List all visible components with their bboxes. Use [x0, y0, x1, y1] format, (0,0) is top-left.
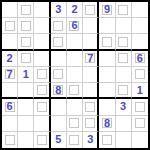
cell-marker-square [118, 5, 128, 15]
cell-marker-square: 6 [135, 53, 145, 63]
given-digit: 7 [7, 69, 13, 80]
cell-marker-square [37, 69, 47, 79]
cell-r7c8: 3 [116, 99, 132, 115]
cell-marker-square: 7 [85, 53, 95, 63]
cell-r8c4[interactable] [51, 116, 67, 132]
cell-r3c3[interactable] [34, 34, 50, 50]
cell-r2c3[interactable] [34, 18, 50, 34]
cell-marker-square [21, 53, 31, 63]
cell-r2c9[interactable] [132, 18, 148, 34]
cell-r1c7: 9 [99, 2, 115, 18]
cell-marker-square: 9 [102, 5, 112, 15]
cell-r6c1[interactable] [2, 83, 18, 99]
cell-r1c9[interactable] [132, 2, 148, 18]
cell-r7c9[interactable] [132, 99, 148, 115]
cell-r1c2[interactable] [18, 2, 34, 18]
given-digit: 3 [120, 101, 126, 112]
given-digit: 2 [71, 4, 77, 15]
cell-r2c2[interactable] [18, 18, 34, 34]
cell-marker-square [135, 102, 145, 112]
cell-r5c3[interactable] [34, 67, 50, 83]
cell-r9c6: 3 [83, 132, 99, 148]
cell-marker-square: 7 [5, 69, 15, 79]
cell-r5c5[interactable] [67, 67, 83, 83]
cell-r3c8[interactable] [116, 34, 132, 50]
cell-marker-square [21, 5, 31, 15]
sudoku-board: 3296276718163853 [0, 0, 150, 150]
cell-r8c8[interactable] [116, 116, 132, 132]
cell-r8c3[interactable] [34, 116, 50, 132]
cell-r6c5[interactable] [67, 83, 83, 99]
cell-r5c6[interactable] [83, 67, 99, 83]
cell-r4c8[interactable] [116, 51, 132, 67]
given-digit: 8 [55, 85, 61, 96]
cell-r6c2[interactable] [18, 83, 34, 99]
cell-r4c5[interactable] [67, 51, 83, 67]
cell-r7c5[interactable] [67, 99, 83, 115]
cell-r9c2[interactable] [18, 132, 34, 148]
given-digit: 6 [7, 101, 13, 112]
given-digit: 9 [104, 4, 110, 15]
cell-marker-square [118, 37, 128, 47]
cell-r6c8[interactable] [116, 83, 132, 99]
cell-r1c8[interactable] [116, 2, 132, 18]
cell-r3c6[interactable] [83, 34, 99, 50]
given-digit: 3 [55, 4, 61, 15]
cell-r4c9: 6 [132, 51, 148, 67]
cell-r7c2[interactable] [18, 99, 34, 115]
cell-r3c1[interactable] [2, 34, 18, 50]
cell-r6c3[interactable] [34, 83, 50, 99]
cell-r4c7[interactable] [99, 51, 115, 67]
cell-marker-square [135, 69, 145, 79]
cell-r4c3[interactable] [34, 51, 50, 67]
cell-r7c1: 6 [2, 99, 18, 115]
cell-r7c4[interactable] [51, 99, 67, 115]
cell-marker-square [85, 102, 95, 112]
cell-r1c5: 2 [67, 2, 83, 18]
cell-r2c6[interactable] [83, 18, 99, 34]
cell-r8c2[interactable] [18, 116, 34, 132]
cell-marker-square [69, 135, 79, 145]
cell-marker-square [21, 37, 31, 47]
cell-marker-square: 6 [69, 21, 79, 31]
cell-r2c5: 6 [67, 18, 83, 34]
cell-marker-square [5, 135, 15, 145]
cell-r1c3[interactable] [34, 2, 50, 18]
given-digit: 7 [87, 53, 93, 64]
cell-r7c3[interactable] [34, 99, 50, 115]
cell-r3c5[interactable] [67, 34, 83, 50]
given-digit: 3 [87, 134, 93, 145]
cell-marker-square [5, 21, 15, 31]
cell-r3c7[interactable] [99, 34, 115, 50]
cell-marker-square [135, 118, 145, 128]
cell-r4c1: 2 [2, 51, 18, 67]
cell-r8c9[interactable] [132, 116, 148, 132]
cell-marker-square: 8 [53, 85, 63, 95]
given-digit: 1 [137, 85, 143, 96]
cell-r9c7[interactable] [99, 132, 115, 148]
cell-marker-square [118, 53, 128, 63]
cell-marker-square [69, 85, 79, 95]
cell-r5c2: 1 [18, 67, 34, 83]
cell-r8c5[interactable] [67, 116, 83, 132]
cell-marker-square [53, 37, 63, 47]
cell-r2c8[interactable] [116, 18, 132, 34]
given-digit: 2 [7, 53, 13, 64]
cell-r9c4: 5 [51, 132, 67, 148]
cell-r8c1[interactable] [2, 116, 18, 132]
cell-r9c1[interactable] [2, 132, 18, 148]
cell-r6c7[interactable] [99, 83, 115, 99]
cell-marker-square [37, 85, 47, 95]
cell-marker-square [21, 21, 31, 31]
cell-r9c8[interactable] [116, 132, 132, 148]
cell-r6c4: 8 [51, 83, 67, 99]
cell-marker-square [85, 118, 95, 128]
cell-marker-square [85, 5, 95, 15]
cell-r3c9[interactable] [132, 34, 148, 50]
cell-r4c2[interactable] [18, 51, 34, 67]
cell-r5c7[interactable] [99, 67, 115, 83]
sudoku-puzzle: 3296276718163853 [0, 0, 150, 150]
cell-marker-square [37, 135, 47, 145]
cell-r5c8[interactable] [116, 67, 132, 83]
cell-marker-square [37, 102, 47, 112]
cell-r6c9: 1 [132, 83, 148, 99]
cell-r2c4[interactable] [51, 18, 67, 34]
cell-r8c6[interactable] [83, 116, 99, 132]
given-digit: 8 [104, 118, 110, 129]
cell-marker-square: 6 [5, 102, 15, 112]
cell-r3c2[interactable] [18, 34, 34, 50]
cell-r9c9[interactable] [132, 132, 148, 148]
cell-marker-square [102, 135, 112, 145]
cell-r3c4[interactable] [51, 34, 67, 50]
cell-r8c7: 8 [99, 116, 115, 132]
cell-r5c9[interactable] [132, 67, 148, 83]
given-digit: 6 [137, 53, 143, 64]
cell-marker-square [69, 118, 79, 128]
cell-marker-square [53, 21, 63, 31]
cell-r4c6: 7 [83, 51, 99, 67]
cell-r1c1[interactable] [2, 2, 18, 18]
cell-r4c4[interactable] [51, 51, 67, 67]
cell-marker-square: 8 [102, 118, 112, 128]
cell-r7c6[interactable] [83, 99, 99, 115]
cell-r5c1: 7 [2, 67, 18, 83]
cell-r9c3[interactable] [34, 132, 50, 148]
cell-r5c4[interactable] [51, 67, 67, 83]
given-digit: 6 [71, 20, 77, 31]
cell-marker-square [118, 85, 128, 95]
cell-marker-square [53, 69, 63, 79]
cell-r2c7[interactable] [99, 18, 115, 34]
cell-r2c1[interactable] [2, 18, 18, 34]
cell-r9c5[interactable] [67, 132, 83, 148]
cell-r1c4: 3 [51, 2, 67, 18]
given-digit: 5 [55, 134, 61, 145]
cell-marker-square [102, 37, 112, 47]
given-digit: 1 [23, 69, 29, 80]
cell-r1c6[interactable] [83, 2, 99, 18]
cell-r7c7[interactable] [99, 99, 115, 115]
cell-r6c6[interactable] [83, 83, 99, 99]
